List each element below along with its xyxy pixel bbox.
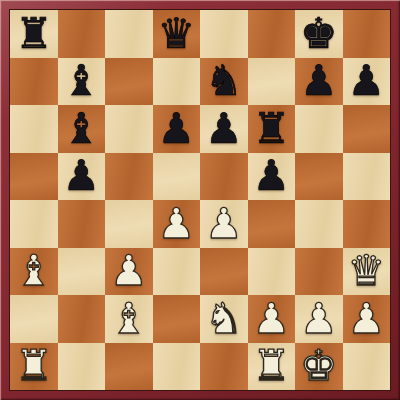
piece-white-pawn-h2[interactable]: ♟ [343,295,391,343]
square-h4[interactable] [343,200,391,248]
square-f2[interactable]: ♟ [248,295,296,343]
square-d5[interactable] [153,153,201,201]
square-c8[interactable] [105,10,153,58]
square-b2[interactable] [58,295,106,343]
square-f4[interactable] [248,200,296,248]
square-e2[interactable]: ♞ [200,295,248,343]
square-g7[interactable]: ♟ [295,58,343,106]
square-f6[interactable]: ♜ [248,105,296,153]
square-c4[interactable] [105,200,153,248]
square-a6[interactable] [10,105,58,153]
piece-white-bishop-c2[interactable]: ♝ [105,295,153,343]
square-h7[interactable]: ♟ [343,58,391,106]
square-c1[interactable] [105,343,153,391]
square-d6[interactable]: ♟ [153,105,201,153]
square-g1[interactable]: ♚ [295,343,343,391]
square-a2[interactable] [10,295,58,343]
square-a4[interactable] [10,200,58,248]
piece-white-pawn-f2[interactable]: ♟ [248,295,296,343]
piece-white-pawn-c3[interactable]: ♟ [105,248,153,296]
piece-black-pawn-b5[interactable]: ♟ [58,153,106,201]
square-g8[interactable]: ♚ [295,10,343,58]
square-b5[interactable]: ♟ [58,153,106,201]
square-e4[interactable]: ♟ [200,200,248,248]
square-c6[interactable] [105,105,153,153]
square-f1[interactable]: ♜ [248,343,296,391]
piece-black-pawn-h7[interactable]: ♟ [343,58,391,106]
square-e3[interactable] [200,248,248,296]
piece-black-rook-f6[interactable]: ♜ [248,105,296,153]
piece-black-pawn-e6[interactable]: ♟ [200,105,248,153]
square-c2[interactable]: ♝ [105,295,153,343]
piece-white-rook-f1[interactable]: ♜ [248,343,296,391]
square-b4[interactable] [58,200,106,248]
square-h6[interactable] [343,105,391,153]
square-e7[interactable]: ♞ [200,58,248,106]
square-e5[interactable] [200,153,248,201]
square-b1[interactable] [58,343,106,391]
square-b8[interactable] [58,10,106,58]
square-a3[interactable]: ♝ [10,248,58,296]
piece-black-pawn-f5[interactable]: ♟ [248,153,296,201]
piece-black-bishop-b7[interactable]: ♝ [58,58,106,106]
piece-white-king-g1[interactable]: ♚ [295,343,343,391]
piece-black-pawn-g7[interactable]: ♟ [295,58,343,106]
square-b6[interactable]: ♝ [58,105,106,153]
square-b7[interactable]: ♝ [58,58,106,106]
square-f3[interactable] [248,248,296,296]
square-h5[interactable] [343,153,391,201]
square-g2[interactable]: ♟ [295,295,343,343]
chess-board: ♜♛♚♝♞♟♟♝♟♟♜♟♟♟♟♝♟♛♝♞♟♟♟♜♜♚ [10,10,390,390]
square-h3[interactable]: ♛ [343,248,391,296]
square-d8[interactable]: ♛ [153,10,201,58]
piece-black-knight-e7[interactable]: ♞ [200,58,248,106]
piece-white-pawn-e4[interactable]: ♟ [200,200,248,248]
square-f7[interactable] [248,58,296,106]
square-g6[interactable] [295,105,343,153]
square-c7[interactable] [105,58,153,106]
piece-black-bishop-b6[interactable]: ♝ [58,105,106,153]
square-h1[interactable] [343,343,391,391]
square-d1[interactable] [153,343,201,391]
piece-black-rook-a8[interactable]: ♜ [10,10,58,58]
square-d7[interactable] [153,58,201,106]
square-e1[interactable] [200,343,248,391]
square-c5[interactable] [105,153,153,201]
square-b3[interactable] [58,248,106,296]
piece-white-pawn-g2[interactable]: ♟ [295,295,343,343]
board-frame: ♜♛♚♝♞♟♟♝♟♟♜♟♟♟♟♝♟♛♝♞♟♟♟♜♜♚ [0,0,400,400]
square-g3[interactable] [295,248,343,296]
piece-white-knight-e2[interactable]: ♞ [200,295,248,343]
square-d2[interactable] [153,295,201,343]
square-e8[interactable] [200,10,248,58]
square-h8[interactable] [343,10,391,58]
piece-white-queen-h3[interactable]: ♛ [343,248,391,296]
square-a7[interactable] [10,58,58,106]
piece-black-queen-d8[interactable]: ♛ [153,10,201,58]
piece-white-pawn-d4[interactable]: ♟ [153,200,201,248]
square-a8[interactable]: ♜ [10,10,58,58]
square-f5[interactable]: ♟ [248,153,296,201]
square-h2[interactable]: ♟ [343,295,391,343]
piece-white-rook-a1[interactable]: ♜ [10,343,58,391]
square-c3[interactable]: ♟ [105,248,153,296]
square-a1[interactable]: ♜ [10,343,58,391]
piece-black-king-g8[interactable]: ♚ [295,10,343,58]
piece-white-bishop-a3[interactable]: ♝ [10,248,58,296]
square-d4[interactable]: ♟ [153,200,201,248]
square-e6[interactable]: ♟ [200,105,248,153]
square-a5[interactable] [10,153,58,201]
square-g5[interactable] [295,153,343,201]
square-g4[interactable] [295,200,343,248]
square-d3[interactable] [153,248,201,296]
square-f8[interactable] [248,10,296,58]
piece-black-pawn-d6[interactable]: ♟ [153,105,201,153]
